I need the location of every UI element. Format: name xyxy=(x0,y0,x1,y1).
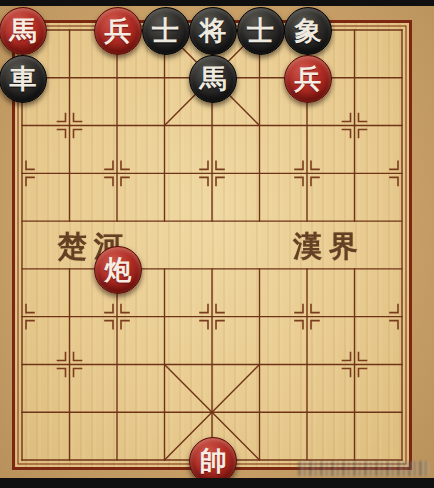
piece-red-horse[interactable]: 馬 xyxy=(0,7,47,55)
letterbox-bar-bottom xyxy=(0,478,434,488)
piece-red-cannon[interactable]: 炮 xyxy=(94,246,142,294)
river-label-right: 漢界 xyxy=(293,229,365,263)
piece-red-soldier-2[interactable]: 兵 xyxy=(284,55,332,103)
piece-black-horse[interactable]: 馬 xyxy=(189,55,237,103)
piece-black-chariot[interactable]: 車 xyxy=(0,55,47,103)
watermark xyxy=(298,461,430,476)
letterbox-bar-top xyxy=(0,0,434,6)
xiangqi-app-frame: 楚河 漢界 馬兵士将士象車馬兵炮帥 xyxy=(0,0,434,488)
piece-black-elephant[interactable]: 象 xyxy=(284,7,332,55)
piece-red-soldier-1[interactable]: 兵 xyxy=(94,7,142,55)
piece-black-advisor-1[interactable]: 士 xyxy=(142,7,190,55)
piece-black-advisor-2[interactable]: 士 xyxy=(237,7,285,55)
piece-black-general[interactable]: 将 xyxy=(189,7,237,55)
